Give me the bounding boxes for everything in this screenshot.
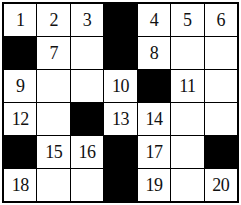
clue-number-14: 14 bbox=[145, 110, 162, 128]
clue-number-4: 4 bbox=[150, 11, 159, 29]
cell-r2c3[interactable] bbox=[71, 37, 103, 69]
clue-number-2: 2 bbox=[49, 11, 58, 29]
cell-r3c3[interactable] bbox=[71, 70, 103, 102]
block-cell-r3c5 bbox=[138, 70, 170, 102]
cell-r3c2[interactable] bbox=[37, 70, 69, 102]
clue-number-1: 1 bbox=[16, 11, 25, 29]
clue-number-8: 8 bbox=[150, 44, 159, 62]
block-cell-r1c4 bbox=[104, 4, 136, 36]
clue-number-16: 16 bbox=[79, 143, 96, 161]
cell-r4c5[interactable]: 14 bbox=[138, 103, 170, 135]
cell-r6c2[interactable] bbox=[37, 169, 69, 201]
cell-r2c6[interactable] bbox=[171, 37, 203, 69]
cell-r6c1[interactable]: 18 bbox=[4, 169, 36, 201]
clue-number-5: 5 bbox=[183, 11, 192, 29]
cell-r1c7[interactable]: 6 bbox=[205, 4, 237, 36]
cell-r4c1[interactable]: 12 bbox=[4, 103, 36, 135]
cell-r4c6[interactable] bbox=[171, 103, 203, 135]
cell-r4c4[interactable]: 13 bbox=[104, 103, 136, 135]
clue-number-17: 17 bbox=[145, 143, 162, 161]
clue-number-12: 12 bbox=[12, 110, 29, 128]
cell-r1c1[interactable]: 1 bbox=[4, 4, 36, 36]
cell-r5c3[interactable]: 16 bbox=[71, 136, 103, 168]
clue-number-18: 18 bbox=[12, 176, 29, 194]
cell-r5c5[interactable]: 17 bbox=[138, 136, 170, 168]
cell-r4c2[interactable] bbox=[37, 103, 69, 135]
cell-r6c7[interactable]: 20 bbox=[205, 169, 237, 201]
clue-number-19: 19 bbox=[145, 176, 162, 194]
block-cell-r5c4 bbox=[104, 136, 136, 168]
clue-number-20: 20 bbox=[212, 176, 229, 194]
block-cell-r5c7 bbox=[205, 136, 237, 168]
cell-r3c1[interactable]: 9 bbox=[4, 70, 36, 102]
cell-r3c7[interactable] bbox=[205, 70, 237, 102]
crossword-grid: 1234567891011121314151617181920 bbox=[2, 2, 239, 203]
clue-number-15: 15 bbox=[45, 143, 62, 161]
cell-r6c3[interactable] bbox=[71, 169, 103, 201]
clue-number-13: 13 bbox=[112, 110, 129, 128]
clue-number-7: 7 bbox=[49, 44, 58, 62]
cell-r4c7[interactable] bbox=[205, 103, 237, 135]
cell-r1c2[interactable]: 2 bbox=[37, 4, 69, 36]
cell-r1c5[interactable]: 4 bbox=[138, 4, 170, 36]
clue-number-6: 6 bbox=[217, 11, 226, 29]
cell-r5c6[interactable] bbox=[171, 136, 203, 168]
cell-r3c4[interactable]: 10 bbox=[104, 70, 136, 102]
clue-number-10: 10 bbox=[112, 77, 129, 95]
cell-r1c6[interactable]: 5 bbox=[171, 4, 203, 36]
clue-number-3: 3 bbox=[83, 11, 92, 29]
cell-r5c2[interactable]: 15 bbox=[37, 136, 69, 168]
cell-r2c7[interactable] bbox=[205, 37, 237, 69]
cell-r6c6[interactable] bbox=[171, 169, 203, 201]
cell-r2c5[interactable]: 8 bbox=[138, 37, 170, 69]
block-cell-r4c3 bbox=[71, 103, 103, 135]
clue-number-11: 11 bbox=[179, 77, 195, 95]
block-cell-r2c1 bbox=[4, 37, 36, 69]
block-cell-r6c4 bbox=[104, 169, 136, 201]
cell-r2c2[interactable]: 7 bbox=[37, 37, 69, 69]
cell-r3c6[interactable]: 11 bbox=[171, 70, 203, 102]
cell-r6c5[interactable]: 19 bbox=[138, 169, 170, 201]
board-margin: 1234567891011121314151617181920 bbox=[0, 0, 241, 205]
block-cell-r5c1 bbox=[4, 136, 36, 168]
cell-r1c3[interactable]: 3 bbox=[71, 4, 103, 36]
clue-number-9: 9 bbox=[16, 77, 25, 95]
block-cell-r2c4 bbox=[104, 37, 136, 69]
